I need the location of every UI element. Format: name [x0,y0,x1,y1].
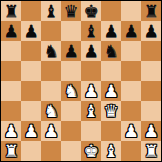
square-a8[interactable]: ♜ [1,1,21,21]
black-pawn[interactable]: ♟ [63,41,78,61]
square-e8[interactable]: ♚ [81,1,101,21]
square-c1[interactable] [41,141,61,161]
square-g8[interactable] [121,1,141,21]
white-pawn[interactable]: ♟ [143,121,158,141]
black-knight[interactable]: ♞ [43,41,58,61]
square-a5[interactable] [1,61,21,81]
square-e3[interactable]: ♝ [81,101,101,121]
black-bishop[interactable]: ♝ [43,1,58,21]
square-f8[interactable] [101,1,121,21]
white-pawn[interactable]: ♟ [83,81,98,101]
square-c8[interactable]: ♝ [41,1,61,21]
square-h2[interactable]: ♟ [141,121,161,141]
square-d5[interactable] [61,61,81,81]
square-a1[interactable]: ♜ [1,141,21,161]
white-pawn[interactable]: ♟ [3,121,18,141]
square-b5[interactable] [21,61,41,81]
white-knight[interactable]: ♞ [43,101,58,121]
square-e1[interactable]: ♚ [81,141,101,161]
white-pawn[interactable]: ♟ [123,121,138,141]
square-b4[interactable] [21,81,41,101]
square-b7[interactable]: ♟ [21,21,41,41]
square-f4[interactable]: ♟ [101,81,121,101]
white-rook[interactable]: ♜ [143,141,158,161]
white-pawn[interactable]: ♟ [43,121,58,141]
square-h6[interactable] [141,41,161,61]
black-queen[interactable]: ♛ [63,1,78,21]
chess-board[interactable]: ♜♝♛♚♜♟♟♝♟♟♟♞♟♟♞♞♟♟♞♝♛♟♟♟♟♟♜♚♝♜ [1,1,161,161]
square-e5[interactable] [81,61,101,81]
square-a6[interactable] [1,41,21,61]
square-b6[interactable] [21,41,41,61]
square-g1[interactable] [121,141,141,161]
square-f7[interactable]: ♟ [101,21,121,41]
square-b8[interactable] [21,1,41,21]
square-f6[interactable]: ♞ [101,41,121,61]
square-e4[interactable]: ♟ [81,81,101,101]
white-pawn[interactable]: ♟ [23,121,38,141]
square-g6[interactable] [121,41,141,61]
white-pawn[interactable]: ♟ [103,81,118,101]
white-rook[interactable]: ♜ [3,141,18,161]
square-c3[interactable]: ♞ [41,101,61,121]
square-f5[interactable] [101,61,121,81]
square-h4[interactable] [141,81,161,101]
square-e6[interactable]: ♟ [81,41,101,61]
square-b1[interactable] [21,141,41,161]
black-pawn[interactable]: ♟ [83,41,98,61]
square-e2[interactable] [81,121,101,141]
square-a3[interactable] [1,101,21,121]
square-a4[interactable] [1,81,21,101]
square-a7[interactable]: ♟ [1,21,21,41]
square-h7[interactable]: ♟ [141,21,161,41]
square-d6[interactable]: ♟ [61,41,81,61]
square-c5[interactable] [41,61,61,81]
square-b2[interactable]: ♟ [21,121,41,141]
square-c4[interactable] [41,81,61,101]
square-f2[interactable] [101,121,121,141]
square-d2[interactable] [61,121,81,141]
square-a2[interactable]: ♟ [1,121,21,141]
black-pawn[interactable]: ♟ [103,21,118,41]
white-bishop[interactable]: ♝ [103,141,118,161]
square-f1[interactable]: ♝ [101,141,121,161]
black-knight[interactable]: ♞ [103,41,118,61]
square-c2[interactable]: ♟ [41,121,61,141]
chess-board-frame: ♜♝♛♚♜♟♟♝♟♟♟♞♟♟♞♞♟♟♞♝♛♟♟♟♟♟♜♚♝♜ [0,0,162,162]
square-b3[interactable] [21,101,41,121]
white-bishop[interactable]: ♝ [83,101,98,121]
black-pawn[interactable]: ♟ [3,21,18,41]
square-g3[interactable] [121,101,141,121]
square-c6[interactable]: ♞ [41,41,61,61]
square-h8[interactable]: ♜ [141,1,161,21]
square-f3[interactable]: ♛ [101,101,121,121]
black-bishop[interactable]: ♝ [83,21,98,41]
square-d7[interactable] [61,21,81,41]
square-c7[interactable] [41,21,61,41]
square-d8[interactable]: ♛ [61,1,81,21]
white-king[interactable]: ♚ [83,141,98,161]
square-d1[interactable] [61,141,81,161]
square-h5[interactable] [141,61,161,81]
square-g2[interactable]: ♟ [121,121,141,141]
square-d4[interactable]: ♞ [61,81,81,101]
black-rook[interactable]: ♜ [143,1,158,21]
square-e7[interactable]: ♝ [81,21,101,41]
square-g5[interactable] [121,61,141,81]
square-g4[interactable] [121,81,141,101]
white-queen[interactable]: ♛ [103,101,118,121]
white-knight[interactable]: ♞ [63,81,78,101]
square-g7[interactable]: ♟ [121,21,141,41]
square-h3[interactable] [141,101,161,121]
black-pawn[interactable]: ♟ [23,21,38,41]
black-pawn[interactable]: ♟ [123,21,138,41]
black-rook[interactable]: ♜ [3,1,18,21]
square-h1[interactable]: ♜ [141,141,161,161]
square-d3[interactable] [61,101,81,121]
black-pawn[interactable]: ♟ [143,21,158,41]
black-king[interactable]: ♚ [83,1,98,21]
